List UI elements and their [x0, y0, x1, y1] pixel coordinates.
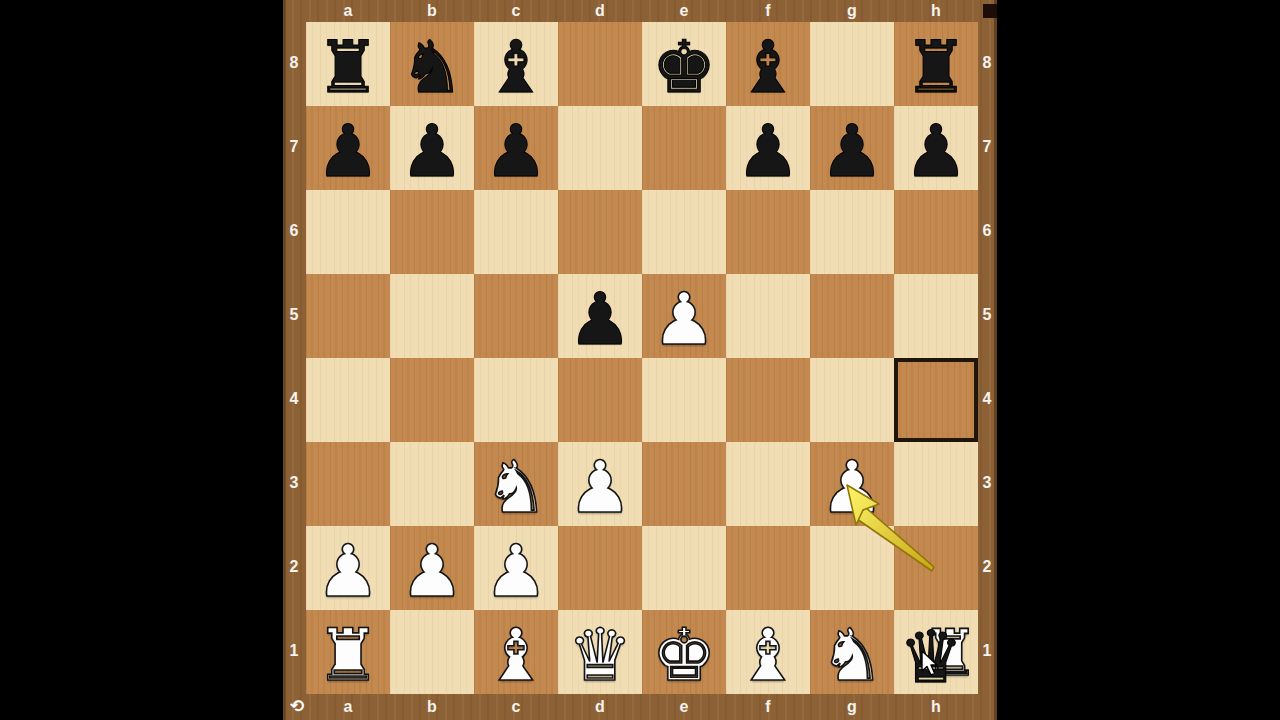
square-f7[interactable]: ♟ [726, 106, 810, 190]
square-b8[interactable]: ♞ [390, 22, 474, 106]
square-d5[interactable]: ♟ [558, 274, 642, 358]
file-label-bottom-g: g [842, 698, 862, 716]
square-f5[interactable] [726, 274, 810, 358]
black-pawn[interactable]: ♟ [810, 106, 894, 190]
square-g1[interactable]: ♞ [810, 610, 894, 694]
square-h4[interactable] [894, 358, 978, 442]
square-e7[interactable] [642, 106, 726, 190]
file-label-top-e: e [674, 2, 694, 20]
square-e6[interactable] [642, 190, 726, 274]
square-g5[interactable] [810, 274, 894, 358]
square-b3[interactable] [390, 442, 474, 526]
square-f2[interactable] [726, 526, 810, 610]
flip-board-icon[interactable]: ⟲ [285, 694, 309, 718]
white-bishop[interactable]: ♝ [474, 610, 558, 694]
file-label-bottom-e: e [674, 698, 694, 716]
square-c4[interactable] [474, 358, 558, 442]
white-pawn[interactable]: ♟ [810, 442, 894, 526]
square-f4[interactable] [726, 358, 810, 442]
black-knight[interactable]: ♞ [390, 22, 474, 106]
rank-label-right-4: 4 [977, 390, 997, 408]
square-h7[interactable]: ♟ [894, 106, 978, 190]
square-b5[interactable] [390, 274, 474, 358]
file-label-top-d: d [590, 2, 610, 20]
black-queen[interactable]: ♛ [889, 612, 973, 696]
black-rook[interactable]: ♜ [894, 22, 978, 106]
square-f8[interactable]: ♝ [726, 22, 810, 106]
square-b6[interactable] [390, 190, 474, 274]
square-d6[interactable] [558, 190, 642, 274]
square-d7[interactable] [558, 106, 642, 190]
rank-label-left-8: 8 [284, 54, 304, 72]
square-g4[interactable] [810, 358, 894, 442]
black-pawn[interactable]: ♟ [726, 106, 810, 190]
square-e2[interactable] [642, 526, 726, 610]
square-c7[interactable]: ♟ [474, 106, 558, 190]
white-rook[interactable]: ♜ [306, 610, 390, 694]
file-label-bottom-b: b [422, 698, 442, 716]
rank-label-right-3: 3 [977, 474, 997, 492]
file-label-bottom-c: c [506, 698, 526, 716]
black-pawn[interactable]: ♟ [474, 106, 558, 190]
file-label-bottom-f: f [758, 698, 778, 716]
file-label-bottom-a: a [338, 698, 358, 716]
file-label-top-a: a [338, 2, 358, 20]
square-a4[interactable] [306, 358, 390, 442]
white-knight[interactable]: ♞ [474, 442, 558, 526]
square-g2[interactable] [810, 526, 894, 610]
square-g7[interactable]: ♟ [810, 106, 894, 190]
square-g6[interactable] [810, 190, 894, 274]
square-h2[interactable] [894, 526, 978, 610]
rank-label-right-8: 8 [977, 54, 997, 72]
square-d2[interactable] [558, 526, 642, 610]
square-d4[interactable] [558, 358, 642, 442]
square-h6[interactable] [894, 190, 978, 274]
square-h5[interactable] [894, 274, 978, 358]
square-c6[interactable] [474, 190, 558, 274]
black-pawn[interactable]: ♟ [390, 106, 474, 190]
square-e5[interactable]: ♟ [642, 274, 726, 358]
square-f1[interactable]: ♝ [726, 610, 810, 694]
file-label-top-f: f [758, 2, 778, 20]
file-label-top-c: c [506, 2, 526, 20]
square-e8[interactable]: ♚ [642, 22, 726, 106]
square-c5[interactable] [474, 274, 558, 358]
square-a1[interactable]: ♜ [306, 610, 390, 694]
chess-board-frame: ♜♞♝♚♝♜♟♟♟♟♟♟♟♟♞♟♟♟♟♟♜♝♛♚♝♞♜♛ ⟲ aabbccdde… [283, 0, 997, 720]
file-label-top-b: b [422, 2, 442, 20]
square-f6[interactable] [726, 190, 810, 274]
white-queen[interactable]: ♛ [558, 610, 642, 694]
black-king[interactable]: ♚ [642, 22, 726, 106]
square-a3[interactable] [306, 442, 390, 526]
square-b4[interactable] [390, 358, 474, 442]
rank-label-left-3: 3 [284, 474, 304, 492]
square-c1[interactable]: ♝ [474, 610, 558, 694]
black-pawn[interactable]: ♟ [306, 106, 390, 190]
white-knight[interactable]: ♞ [810, 610, 894, 694]
file-label-top-h: h [926, 2, 946, 20]
white-pawn[interactable]: ♟ [558, 442, 642, 526]
black-bishop[interactable]: ♝ [726, 22, 810, 106]
rank-label-right-7: 7 [977, 138, 997, 156]
square-c8[interactable]: ♝ [474, 22, 558, 106]
square-c2[interactable]: ♟ [474, 526, 558, 610]
chess-board: ♜♞♝♚♝♜♟♟♟♟♟♟♟♟♞♟♟♟♟♟♜♝♛♚♝♞♜♛ [306, 22, 978, 694]
video-frame: ♜♞♝♚♝♜♟♟♟♟♟♟♟♟♞♟♟♟♟♟♜♝♛♚♝♞♜♛ ⟲ aabbccdde… [0, 0, 1280, 720]
square-h8[interactable]: ♜ [894, 22, 978, 106]
rank-label-right-2: 2 [977, 558, 997, 576]
white-pawn[interactable]: ♟ [642, 274, 726, 358]
square-d8[interactable] [558, 22, 642, 106]
square-a6[interactable] [306, 190, 390, 274]
square-g8[interactable] [810, 22, 894, 106]
white-pawn[interactable]: ♟ [390, 526, 474, 610]
black-rook[interactable]: ♜ [306, 22, 390, 106]
square-b1[interactable] [390, 610, 474, 694]
square-g3[interactable]: ♟ [810, 442, 894, 526]
black-bishop[interactable]: ♝ [474, 22, 558, 106]
rank-label-left-2: 2 [284, 558, 304, 576]
square-b7[interactable]: ♟ [390, 106, 474, 190]
rank-label-left-7: 7 [284, 138, 304, 156]
square-e1[interactable]: ♚ [642, 610, 726, 694]
square-d1[interactable]: ♛ [558, 610, 642, 694]
square-a2[interactable]: ♟ [306, 526, 390, 610]
rank-label-right-5: 5 [977, 306, 997, 324]
square-c3[interactable]: ♞ [474, 442, 558, 526]
white-pawn[interactable]: ♟ [474, 526, 558, 610]
square-a8[interactable]: ♜ [306, 22, 390, 106]
rank-label-left-4: 4 [284, 390, 304, 408]
square-b2[interactable]: ♟ [390, 526, 474, 610]
white-king[interactable]: ♚ [642, 610, 726, 694]
square-e4[interactable] [642, 358, 726, 442]
black-pawn[interactable]: ♟ [894, 106, 978, 190]
white-bishop[interactable]: ♝ [726, 610, 810, 694]
white-pawn[interactable]: ♟ [306, 526, 390, 610]
square-a5[interactable] [306, 274, 390, 358]
file-label-bottom-d: d [590, 698, 610, 716]
file-label-bottom-h: h [926, 698, 946, 716]
square-h3[interactable] [894, 442, 978, 526]
square-f3[interactable] [726, 442, 810, 526]
square-h1[interactable]: ♜♛ [894, 610, 978, 694]
rank-label-left-1: 1 [284, 642, 304, 660]
square-d3[interactable]: ♟ [558, 442, 642, 526]
square-e3[interactable] [642, 442, 726, 526]
black-pawn[interactable]: ♟ [558, 274, 642, 358]
square-a7[interactable]: ♟ [306, 106, 390, 190]
rank-label-left-5: 5 [284, 306, 304, 324]
rank-label-left-6: 6 [284, 222, 304, 240]
corner-marker [983, 4, 997, 18]
file-label-top-g: g [842, 2, 862, 20]
rank-label-right-6: 6 [977, 222, 997, 240]
